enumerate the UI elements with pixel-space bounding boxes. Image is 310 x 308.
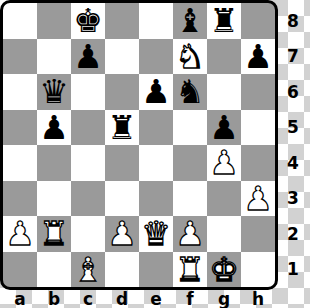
square-e8 xyxy=(139,3,173,39)
file-label-a: a xyxy=(3,289,37,308)
file-label-b: b xyxy=(37,289,71,308)
board-grid: ♚♝♜♟♞♟♛♟♞♟♜♟♟♟♟♜♟♛♟♝♜♚ xyxy=(3,3,275,287)
square-h5 xyxy=(241,110,275,146)
white-bishop: ♝ xyxy=(73,252,103,287)
square-h8 xyxy=(241,3,275,39)
file-labels: abcdefgh xyxy=(3,289,275,308)
square-e1 xyxy=(139,252,173,288)
file-label-f: f xyxy=(173,289,207,308)
square-e5 xyxy=(139,110,173,146)
square-e3 xyxy=(139,181,173,217)
square-f8: ♝ xyxy=(173,3,207,39)
square-b2: ♜ xyxy=(37,216,71,252)
square-f3 xyxy=(173,181,207,217)
white-rook: ♜ xyxy=(39,216,69,251)
black-pawn: ♟ xyxy=(39,110,69,145)
square-b6: ♛ xyxy=(37,74,71,110)
square-f1: ♜ xyxy=(173,252,207,288)
black-knight: ♞ xyxy=(175,74,205,109)
file-label-g: g xyxy=(207,289,241,308)
white-knight: ♞ xyxy=(175,39,205,74)
square-h2 xyxy=(241,216,275,252)
image-stage: ♚♝♜♟♞♟♛♟♞♟♜♟♟♟♟♜♟♛♟♝♜♚ 87654321 abcdefgh xyxy=(0,0,310,308)
black-pawn: ♟ xyxy=(243,39,273,74)
square-h6 xyxy=(241,74,275,110)
square-h1 xyxy=(241,252,275,288)
rank-label-8: 8 xyxy=(278,3,308,39)
square-d2: ♟ xyxy=(105,216,139,252)
file-label-c: c xyxy=(71,289,105,308)
square-g5: ♟ xyxy=(207,110,241,146)
white-king: ♚ xyxy=(209,252,239,287)
square-a5 xyxy=(3,110,37,146)
square-a1 xyxy=(3,252,37,288)
square-c7: ♟ xyxy=(71,39,105,75)
square-b1 xyxy=(37,252,71,288)
white-pawn: ♟ xyxy=(243,181,273,216)
black-queen: ♛ xyxy=(39,74,69,109)
square-e6: ♟ xyxy=(139,74,173,110)
file-label-d: d xyxy=(105,289,139,308)
black-king: ♚ xyxy=(73,3,103,38)
square-b5: ♟ xyxy=(37,110,71,146)
square-a7 xyxy=(3,39,37,75)
black-bishop: ♝ xyxy=(175,3,205,38)
square-d4 xyxy=(105,145,139,181)
square-d7 xyxy=(105,39,139,75)
square-b7 xyxy=(37,39,71,75)
square-g7 xyxy=(207,39,241,75)
black-rook: ♜ xyxy=(107,110,137,145)
square-g2 xyxy=(207,216,241,252)
square-c3 xyxy=(71,181,105,217)
square-b4 xyxy=(37,145,71,181)
square-e4 xyxy=(139,145,173,181)
square-f6: ♞ xyxy=(173,74,207,110)
square-g8: ♜ xyxy=(207,3,241,39)
square-h7: ♟ xyxy=(241,39,275,75)
rank-labels: 87654321 xyxy=(278,3,308,287)
square-b3 xyxy=(37,181,71,217)
square-g6 xyxy=(207,74,241,110)
file-label-h: h xyxy=(241,289,275,308)
square-g4: ♟ xyxy=(207,145,241,181)
square-f7: ♞ xyxy=(173,39,207,75)
square-a2: ♟ xyxy=(3,216,37,252)
black-pawn: ♟ xyxy=(141,74,171,109)
file-label-e: e xyxy=(139,289,173,308)
rank-label-2: 2 xyxy=(278,216,308,252)
white-pawn: ♟ xyxy=(175,216,205,251)
square-f2: ♟ xyxy=(173,216,207,252)
square-g1: ♚ xyxy=(207,252,241,288)
square-h4 xyxy=(241,145,275,181)
square-c6 xyxy=(71,74,105,110)
rank-label-7: 7 xyxy=(278,39,308,75)
rank-label-6: 6 xyxy=(278,74,308,110)
square-d8 xyxy=(105,3,139,39)
rank-label-4: 4 xyxy=(278,145,308,181)
rank-label-1: 1 xyxy=(278,252,308,288)
black-rook: ♜ xyxy=(209,3,239,38)
white-queen: ♛ xyxy=(141,216,171,251)
square-e2: ♛ xyxy=(139,216,173,252)
white-rook: ♜ xyxy=(175,252,205,287)
square-g3 xyxy=(207,181,241,217)
square-c2 xyxy=(71,216,105,252)
square-d3 xyxy=(105,181,139,217)
black-pawn: ♟ xyxy=(73,39,103,74)
white-pawn: ♟ xyxy=(209,145,239,180)
square-c8: ♚ xyxy=(71,3,105,39)
square-c4 xyxy=(71,145,105,181)
black-pawn: ♟ xyxy=(209,110,239,145)
square-a4 xyxy=(3,145,37,181)
square-a8 xyxy=(3,3,37,39)
square-f4 xyxy=(173,145,207,181)
white-pawn: ♟ xyxy=(107,216,137,251)
rank-label-5: 5 xyxy=(278,110,308,146)
square-e7 xyxy=(139,39,173,75)
square-c5 xyxy=(71,110,105,146)
square-a6 xyxy=(3,74,37,110)
square-a3 xyxy=(3,181,37,217)
square-c1: ♝ xyxy=(71,252,105,288)
square-d5: ♜ xyxy=(105,110,139,146)
square-f5 xyxy=(173,110,207,146)
square-d6 xyxy=(105,74,139,110)
square-d1 xyxy=(105,252,139,288)
white-pawn: ♟ xyxy=(5,216,35,251)
chess-board: ♚♝♜♟♞♟♛♟♞♟♜♟♟♟♟♜♟♛♟♝♜♚ xyxy=(0,0,278,290)
square-h3: ♟ xyxy=(241,181,275,217)
square-b8 xyxy=(37,3,71,39)
rank-label-3: 3 xyxy=(278,181,308,217)
